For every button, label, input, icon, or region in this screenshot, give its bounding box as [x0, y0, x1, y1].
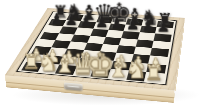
- piece-black-pawn: ♟: [157, 20, 171, 35]
- square-h5: [152, 41, 170, 50]
- piece-black-pawn: ♟: [95, 15, 109, 30]
- metal-clasp: [64, 82, 83, 90]
- piece-black-pawn: ♟: [141, 19, 155, 34]
- piece-black-pawn: ♟: [110, 16, 124, 31]
- chess-board: ♜♞♝♛♚♝♞♜♟♟♟♟♟♟♟♟♟♟♟♟♟♟♟♟♜♞♝♛♚♝♞♜: [21, 13, 174, 83]
- square-h1: ♜: [144, 72, 164, 83]
- square-e7: ♟: [108, 23, 126, 31]
- square-g1: ♞: [126, 71, 146, 81]
- piece-black-pawn: ♟: [65, 13, 78, 28]
- square-a5: [40, 32, 59, 40]
- square-g6: [138, 32, 156, 40]
- clasp-lever: [68, 85, 80, 88]
- piece-black-pawn: ♟: [126, 17, 140, 32]
- product-photo: ♜♞♝♛♚♝♞♜♟♟♟♟♟♟♟♟♟♟♟♟♟♟♟♟♜♞♝♛♚♝♞♜: [0, 0, 220, 110]
- board-border-frame: ♜♞♝♛♚♝♞♜♟♟♟♟♟♟♟♟♟♟♟♟♟♟♟♟♜♞♝♛♚♝♞♜: [16, 11, 177, 85]
- chess-box: ♜♞♝♛♚♝♞♜♟♟♟♟♟♟♟♟♟♟♟♟♟♟♟♟♜♞♝♛♚♝♞♜: [5, 8, 185, 90]
- piece-white-rook: ♜: [145, 62, 164, 83]
- piece-black-pawn: ♟: [50, 12, 63, 27]
- square-e5: [103, 37, 122, 45]
- piece-black-pawn: ♟: [80, 14, 94, 29]
